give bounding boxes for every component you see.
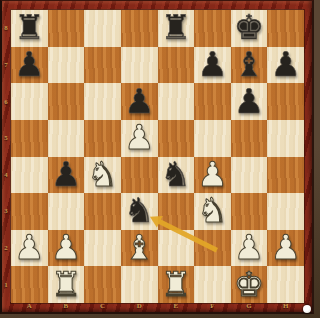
square-f6[interactable] [194, 83, 231, 120]
square-a4[interactable] [11, 157, 48, 194]
square-e5[interactable] [158, 120, 195, 157]
file-label-b: B [48, 300, 85, 311]
square-b8[interactable] [48, 10, 85, 47]
black-king[interactable]: ♚ [234, 10, 264, 44]
white-knight[interactable]: ♞ [87, 157, 117, 191]
black-bishop[interactable]: ♝ [234, 47, 264, 81]
rank-label-6: 6 [1, 83, 11, 120]
square-a8[interactable]: ♜ [11, 10, 48, 47]
square-d1[interactable] [121, 266, 158, 303]
square-b5[interactable] [48, 120, 85, 157]
square-c6[interactable] [84, 83, 121, 120]
chess-board[interactable]: ♜♜♚♟♟♝♟♟♟♟♟♞♞♟♞♞♟♟♝♟♟♜♜♚ [11, 10, 304, 303]
square-h3[interactable] [267, 193, 304, 230]
rank-label-8: 8 [1, 10, 11, 47]
square-b4[interactable]: ♟ [48, 157, 85, 194]
square-h5[interactable] [267, 120, 304, 157]
square-h6[interactable] [267, 83, 304, 120]
black-knight[interactable]: ♞ [161, 157, 191, 191]
black-pawn[interactable]: ♟ [270, 47, 300, 81]
square-a1[interactable] [11, 266, 48, 303]
white-pawn[interactable]: ♟ [270, 230, 300, 264]
square-d3[interactable]: ♞ [121, 193, 158, 230]
square-e2[interactable] [158, 230, 195, 267]
black-rook[interactable]: ♜ [14, 10, 44, 44]
square-d2[interactable]: ♝ [121, 230, 158, 267]
square-d8[interactable] [121, 10, 158, 47]
square-a5[interactable] [11, 120, 48, 157]
square-c8[interactable] [84, 10, 121, 47]
file-label-a: A [11, 300, 48, 311]
white-king[interactable]: ♚ [234, 267, 264, 301]
square-g5[interactable] [231, 120, 268, 157]
rank-label-4: 4 [1, 157, 11, 194]
file-coordinates: ABCDEFGH [11, 300, 304, 311]
file-label-h: H [267, 300, 304, 311]
square-b6[interactable] [48, 83, 85, 120]
square-h4[interactable] [267, 157, 304, 194]
square-g8[interactable]: ♚ [231, 10, 268, 47]
square-a2[interactable]: ♟ [11, 230, 48, 267]
file-label-e: E [158, 300, 195, 311]
square-e7[interactable] [158, 47, 195, 84]
square-e3[interactable] [158, 193, 195, 230]
white-to-move-indicator [303, 305, 311, 313]
black-pawn[interactable]: ♟ [197, 47, 227, 81]
white-pawn[interactable]: ♟ [234, 230, 264, 264]
white-bishop[interactable]: ♝ [124, 230, 154, 264]
square-d7[interactable] [121, 47, 158, 84]
square-f1[interactable] [194, 266, 231, 303]
black-pawn[interactable]: ♟ [234, 84, 264, 118]
chess-board-widget: ♜♜♚♟♟♝♟♟♟♟♟♞♞♟♞♞♟♟♝♟♟♜♜♚ 87654321 ABCDEF… [0, 0, 320, 318]
square-g4[interactable] [231, 157, 268, 194]
square-c3[interactable] [84, 193, 121, 230]
square-c5[interactable] [84, 120, 121, 157]
square-h8[interactable] [267, 10, 304, 47]
square-c1[interactable] [84, 266, 121, 303]
rank-coordinates: 87654321 [1, 10, 11, 303]
black-knight[interactable]: ♞ [124, 193, 154, 227]
file-label-c: C [84, 300, 121, 311]
black-rook[interactable]: ♜ [161, 10, 191, 44]
white-knight[interactable]: ♞ [197, 193, 227, 227]
white-pawn[interactable]: ♟ [124, 120, 154, 154]
square-c4[interactable]: ♞ [84, 157, 121, 194]
square-g3[interactable] [231, 193, 268, 230]
white-rook[interactable]: ♜ [51, 267, 81, 301]
square-h2[interactable]: ♟ [267, 230, 304, 267]
square-c7[interactable] [84, 47, 121, 84]
square-h1[interactable] [267, 266, 304, 303]
square-c2[interactable] [84, 230, 121, 267]
square-e1[interactable]: ♜ [158, 266, 195, 303]
black-pawn[interactable]: ♟ [51, 157, 81, 191]
square-f5[interactable] [194, 120, 231, 157]
square-a3[interactable] [11, 193, 48, 230]
rank-label-3: 3 [1, 193, 11, 230]
square-f8[interactable] [194, 10, 231, 47]
square-b7[interactable] [48, 47, 85, 84]
square-g2[interactable]: ♟ [231, 230, 268, 267]
square-b1[interactable]: ♜ [48, 266, 85, 303]
black-pawn[interactable]: ♟ [14, 47, 44, 81]
square-f3[interactable]: ♞ [194, 193, 231, 230]
square-f7[interactable]: ♟ [194, 47, 231, 84]
square-g6[interactable]: ♟ [231, 83, 268, 120]
square-f4[interactable]: ♟ [194, 157, 231, 194]
file-label-g: G [231, 300, 268, 311]
square-d5[interactable]: ♟ [121, 120, 158, 157]
square-f2[interactable] [194, 230, 231, 267]
square-g7[interactable]: ♝ [231, 47, 268, 84]
square-b2[interactable]: ♟ [48, 230, 85, 267]
square-a7[interactable]: ♟ [11, 47, 48, 84]
square-h7[interactable]: ♟ [267, 47, 304, 84]
white-pawn[interactable]: ♟ [197, 157, 227, 191]
file-label-d: D [121, 300, 158, 311]
rank-label-5: 5 [1, 120, 11, 157]
square-e6[interactable] [158, 83, 195, 120]
square-e8[interactable]: ♜ [158, 10, 195, 47]
black-pawn[interactable]: ♟ [124, 84, 154, 118]
square-b3[interactable] [48, 193, 85, 230]
square-d6[interactable]: ♟ [121, 83, 158, 120]
white-rook[interactable]: ♜ [161, 267, 191, 301]
rank-label-2: 2 [1, 230, 11, 267]
square-g1[interactable]: ♚ [231, 266, 268, 303]
white-pawn[interactable]: ♟ [51, 230, 81, 264]
white-pawn[interactable]: ♟ [14, 230, 44, 264]
file-label-f: F [194, 300, 231, 311]
rank-label-1: 1 [1, 266, 11, 303]
square-e4[interactable]: ♞ [158, 157, 195, 194]
square-d4[interactable] [121, 157, 158, 194]
rank-label-7: 7 [1, 47, 11, 84]
square-a6[interactable] [11, 83, 48, 120]
